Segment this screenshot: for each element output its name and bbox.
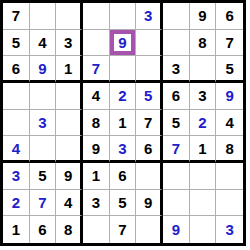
cell-r2c9[interactable]: 7 (216, 30, 243, 57)
cell-r8c6[interactable]: 9 (136, 190, 163, 217)
cell-r3c2[interactable]: 9 (30, 56, 57, 83)
cell-r3c7[interactable]: 3 (163, 56, 190, 83)
cell-r8c3[interactable]: 4 (56, 190, 83, 217)
cell-r3c1[interactable]: 6 (3, 56, 30, 83)
cell-r9c9[interactable]: 3 (216, 216, 243, 243)
cell-r7c5[interactable]: 6 (110, 163, 137, 190)
cell-r8c9[interactable] (216, 190, 243, 217)
cell-r2c1[interactable]: 5 (3, 30, 30, 57)
cell-r6c8[interactable]: 1 (190, 136, 217, 163)
cell-r4c8[interactable]: 3 (190, 83, 217, 110)
cell-r9c1[interactable]: 1 (3, 216, 30, 243)
cell-r8c5[interactable]: 5 (110, 190, 137, 217)
cell-r2c7[interactable] (163, 30, 190, 57)
cell-r2c8[interactable]: 8 (190, 30, 217, 57)
cell-r5c4[interactable]: 8 (83, 110, 110, 137)
cell-r5c9[interactable]: 4 (216, 110, 243, 137)
cell-r1c3[interactable] (56, 3, 83, 30)
sudoku-board: 7396543987691735425639381752449367183591… (0, 0, 246, 246)
cell-r5c6[interactable]: 7 (136, 110, 163, 137)
cell-r7c7[interactable] (163, 163, 190, 190)
cell-r4c5[interactable]: 2 (110, 83, 137, 110)
cell-r2c6[interactable] (136, 30, 163, 57)
cell-r8c2[interactable]: 7 (30, 190, 57, 217)
cell-r2c5[interactable]: 9 (110, 30, 137, 57)
cell-r4c3[interactable] (56, 83, 83, 110)
cell-r3c3[interactable]: 1 (56, 56, 83, 83)
cell-r6c2[interactable] (30, 136, 57, 163)
cell-r9c6[interactable] (136, 216, 163, 243)
cell-r3c4[interactable]: 7 (83, 56, 110, 83)
cell-r4c6[interactable]: 5 (136, 83, 163, 110)
cell-r6c9[interactable]: 8 (216, 136, 243, 163)
cell-r9c3[interactable]: 8 (56, 216, 83, 243)
cell-r1c5[interactable] (110, 3, 137, 30)
cell-r9c2[interactable]: 6 (30, 216, 57, 243)
cell-r3c9[interactable]: 5 (216, 56, 243, 83)
cell-r1c9[interactable]: 6 (216, 3, 243, 30)
cell-r1c7[interactable] (163, 3, 190, 30)
cell-r1c2[interactable] (30, 3, 57, 30)
cell-r2c4[interactable] (83, 30, 110, 57)
cell-r5c7[interactable]: 5 (163, 110, 190, 137)
cell-r3c5[interactable] (110, 56, 137, 83)
cell-r7c8[interactable] (190, 163, 217, 190)
cell-r9c7[interactable]: 9 (163, 216, 190, 243)
cell-r7c1[interactable]: 3 (3, 163, 30, 190)
cell-r4c2[interactable] (30, 83, 57, 110)
cell-r7c4[interactable]: 1 (83, 163, 110, 190)
cell-r3c6[interactable] (136, 56, 163, 83)
cell-r5c3[interactable] (56, 110, 83, 137)
cell-r8c8[interactable] (190, 190, 217, 217)
cell-r5c2[interactable]: 3 (30, 110, 57, 137)
cell-r2c2[interactable]: 4 (30, 30, 57, 57)
cell-r6c1[interactable]: 4 (3, 136, 30, 163)
cell-r6c5[interactable]: 3 (110, 136, 137, 163)
cell-r4c4[interactable]: 4 (83, 83, 110, 110)
cell-r7c2[interactable]: 5 (30, 163, 57, 190)
cell-r4c1[interactable] (3, 83, 30, 110)
cell-r9c8[interactable] (190, 216, 217, 243)
cell-r7c9[interactable] (216, 163, 243, 190)
cell-r3c8[interactable] (190, 56, 217, 83)
cell-r7c3[interactable]: 9 (56, 163, 83, 190)
cell-r8c7[interactable] (163, 190, 190, 217)
cell-r1c4[interactable] (83, 3, 110, 30)
cell-r6c7[interactable]: 7 (163, 136, 190, 163)
cell-r9c5[interactable]: 7 (110, 216, 137, 243)
cell-r1c6[interactable]: 3 (136, 3, 163, 30)
cell-r4c7[interactable]: 6 (163, 83, 190, 110)
cell-r8c1[interactable]: 2 (3, 190, 30, 217)
cell-r4c9[interactable]: 9 (216, 83, 243, 110)
cell-r7c6[interactable] (136, 163, 163, 190)
cell-r2c3[interactable]: 3 (56, 30, 83, 57)
cell-r5c1[interactable] (3, 110, 30, 137)
cell-r6c4[interactable]: 9 (83, 136, 110, 163)
cell-r8c4[interactable]: 3 (83, 190, 110, 217)
cell-r9c4[interactable] (83, 216, 110, 243)
cell-r6c6[interactable]: 6 (136, 136, 163, 163)
cell-r6c3[interactable] (56, 136, 83, 163)
cell-r1c8[interactable]: 9 (190, 3, 217, 30)
cell-r1c1[interactable]: 7 (3, 3, 30, 30)
cell-r5c8[interactable]: 2 (190, 110, 217, 137)
cell-r5c5[interactable]: 1 (110, 110, 137, 137)
